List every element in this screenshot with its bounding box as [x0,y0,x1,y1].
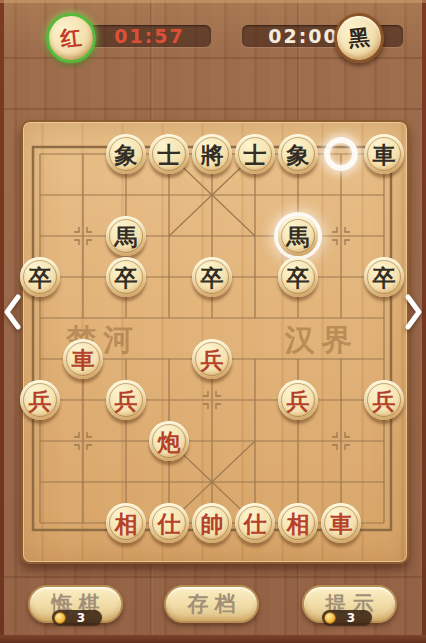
undo-button[interactable]: 悔棋 3 [28,585,123,623]
piece-glyph: 相 [115,512,138,535]
piece-glyph: 卒 [29,266,52,289]
piece-red-general[interactable]: 帥 [192,503,232,543]
hint-button[interactable]: 提示 3 [302,585,397,623]
piece-glyph: 車 [72,348,95,371]
piece-glyph: 仕 [244,512,267,535]
black-player-label: 黑 [347,23,371,53]
xiangqi-board[interactable]: 楚河 汉界 象士將士象車馬馬卒卒卒卒卒車兵兵兵兵兵炮相仕帥仕相車 [21,120,409,564]
piece-black-pawn-7[interactable]: 卒 [278,257,318,297]
black-timer-value: 02:00 [268,25,338,47]
prev-arrow[interactable] [2,292,24,332]
piece-red-cannon[interactable]: 炮 [149,421,189,461]
piece-black-horse-right[interactable]: 馬 [278,216,318,256]
piece-glyph: 車 [330,512,353,535]
piece-glyph: 將 [201,143,224,166]
piece-glyph: 士 [244,143,267,166]
piece-black-elephant-left[interactable]: 象 [106,134,146,174]
piece-glyph: 車 [373,143,396,166]
piece-glyph: 兵 [201,348,224,371]
pieces-layer: 象士將士象車馬馬卒卒卒卒卒車兵兵兵兵兵炮相仕帥仕相車 [23,122,407,562]
piece-red-pawn-7[interactable]: 兵 [278,380,318,420]
save-button-label: 存档 [182,590,242,618]
undo-cost-count: 3 [66,611,102,625]
piece-glyph: 兵 [373,389,396,412]
piece-glyph: 炮 [158,430,181,453]
piece-glyph: 兵 [115,389,138,412]
piece-glyph: 象 [115,143,138,166]
piece-black-pawn-3[interactable]: 卒 [106,257,146,297]
coin-icon [54,612,66,624]
piece-glyph: 帥 [201,512,224,535]
piece-glyph: 兵 [29,389,52,412]
save-button[interactable]: 存档 [164,585,259,623]
red-timer-value: 01:57 [114,25,184,47]
screen-edge [0,635,426,643]
wood-seam [0,108,426,110]
piece-black-pawn-1[interactable]: 卒 [20,257,60,297]
piece-black-pawn-9[interactable]: 卒 [364,257,404,297]
piece-red-elephant-left[interactable]: 相 [106,503,146,543]
piece-black-advisor-right[interactable]: 士 [235,134,275,174]
piece-black-chariot[interactable]: 車 [364,134,404,174]
piece-red-advisor-right[interactable]: 仕 [235,503,275,543]
piece-glyph: 馬 [287,225,310,248]
piece-red-pawn-5[interactable]: 兵 [192,339,232,379]
piece-glyph: 卒 [201,266,224,289]
piece-glyph: 兵 [287,389,310,412]
piece-red-pawn-9[interactable]: 兵 [364,380,404,420]
piece-glyph: 士 [158,143,181,166]
coin-icon [324,612,336,624]
piece-red-elephant-right[interactable]: 相 [278,503,318,543]
hint-cost-badge: 3 [322,610,372,625]
red-player-label: 红 [59,23,83,53]
hint-cost-count: 3 [336,611,372,625]
piece-glyph: 仕 [158,512,181,535]
undo-cost-badge: 3 [52,610,102,625]
wood-seam [0,576,426,578]
piece-black-advisor-left[interactable]: 士 [149,134,189,174]
piece-glyph: 卒 [373,266,396,289]
piece-black-elephant-right[interactable]: 象 [278,134,318,174]
next-arrow[interactable] [402,292,424,332]
last-move-origin-marker [324,137,358,171]
piece-black-horse-left[interactable]: 馬 [106,216,146,256]
piece-glyph: 相 [287,512,310,535]
piece-red-advisor-left[interactable]: 仕 [149,503,189,543]
piece-glyph: 卒 [115,266,138,289]
piece-black-pawn-5[interactable]: 卒 [192,257,232,297]
piece-red-pawn-3[interactable]: 兵 [106,380,146,420]
screen-edge [0,0,426,3]
piece-glyph: 馬 [115,225,138,248]
piece-red-pawn-1[interactable]: 兵 [20,380,60,420]
piece-glyph: 卒 [287,266,310,289]
piece-glyph: 象 [287,143,310,166]
piece-red-chariot-left[interactable]: 車 [63,339,103,379]
piece-black-general[interactable]: 將 [192,134,232,174]
piece-red-chariot-right[interactable]: 車 [321,503,361,543]
